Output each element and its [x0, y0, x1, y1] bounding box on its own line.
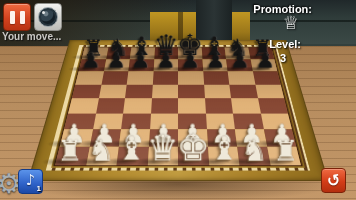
level-value: 3	[280, 52, 286, 64]
undo-arrow-icon: ↺	[325, 171, 341, 189]
square-c5[interactable]	[125, 84, 152, 98]
square-a5[interactable]	[72, 84, 101, 98]
square-d5[interactable]	[151, 84, 178, 98]
square-e5[interactable]	[178, 84, 205, 98]
promotion-queen-icon[interactable]: ♕	[283, 14, 299, 32]
square-a6[interactable]	[75, 71, 103, 84]
square-f6[interactable]	[203, 71, 229, 84]
square-h4[interactable]	[258, 98, 288, 113]
square-c4[interactable]	[123, 98, 151, 113]
square-b6[interactable]	[101, 71, 128, 84]
square-h6[interactable]	[252, 71, 280, 84]
status-text: Your move...	[2, 31, 61, 42]
white-queen[interactable]: ♛	[142, 131, 184, 165]
square-b5[interactable]	[98, 84, 126, 98]
board-scene: ♜♞♝♛♚♝♞♜♟♟♟♟♟♟♟♟♟♟♟♟♟♟♟♟♜♞♝♛♚♝♞♜	[53, 0, 303, 200]
square-h7[interactable]: ♟	[250, 59, 277, 71]
camera-lens-icon	[38, 7, 58, 27]
square-h5[interactable]	[255, 84, 284, 98]
square-e6[interactable]	[178, 71, 204, 84]
music-note-icon: ♪	[26, 173, 36, 188]
white-rook[interactable]: ♜	[49, 138, 91, 166]
square-d1[interactable]: ♛	[147, 147, 178, 166]
square-b4[interactable]	[96, 98, 125, 113]
square-a4[interactable]	[68, 98, 98, 113]
white-rook[interactable]: ♜	[265, 138, 307, 166]
level-label: Level:	[269, 38, 301, 50]
square-g4[interactable]	[231, 98, 260, 113]
square-f5[interactable]	[204, 84, 231, 98]
pause-icon	[10, 11, 15, 24]
square-h1[interactable]: ♜	[267, 147, 301, 166]
black-pawn[interactable]: ♟	[248, 51, 282, 71]
camera-view-button[interactable]	[34, 3, 62, 31]
square-g5[interactable]	[229, 84, 257, 98]
music-badge: 1	[37, 184, 41, 193]
square-a1[interactable]: ♜	[55, 147, 89, 166]
pause-button[interactable]	[3, 3, 31, 31]
square-e4[interactable]	[178, 98, 205, 113]
chessboard[interactable]: ♜♞♝♛♚♝♞♜♟♟♟♟♟♟♟♟♟♟♟♟♟♟♟♟♜♞♝♛♚♝♞♜	[55, 48, 301, 166]
square-c6[interactable]	[127, 71, 153, 84]
undo-move-button[interactable]: ↺	[321, 168, 346, 193]
chess-app-screen: ♜♞♝♛♚♝♞♜♟♟♟♟♟♟♟♟♟♟♟♟♟♟♟♟♜♞♝♛♚♝♞♜ Your mo…	[0, 0, 356, 200]
music-toggle-button[interactable]: ♪ 1	[18, 169, 43, 194]
pause-icon	[20, 11, 25, 24]
square-g6[interactable]	[228, 71, 255, 84]
square-f4[interactable]	[205, 98, 233, 113]
square-d6[interactable]	[152, 71, 178, 84]
square-d4[interactable]	[151, 98, 178, 113]
